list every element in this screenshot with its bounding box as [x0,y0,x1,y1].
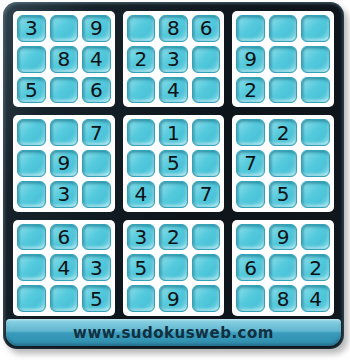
sudoku-box: 398456 [13,11,115,107]
sudoku-cell[interactable]: 8 [269,285,298,312]
sudoku-cell[interactable] [192,254,221,281]
sudoku-cell[interactable] [127,119,156,146]
sudoku-cell[interactable] [236,224,265,251]
sudoku-cell[interactable] [17,150,46,177]
sudoku-box: 1547 [123,115,225,211]
sudoku-cell[interactable]: 3 [17,15,46,42]
sudoku-cell[interactable]: 9 [82,15,111,42]
footer-bar: www.sudokusweb.com [6,319,341,346]
sudoku-cell[interactable] [301,119,330,146]
sudoku-cell[interactable] [159,254,188,281]
sudoku-cell[interactable] [192,46,221,73]
sudoku-cell[interactable]: 4 [82,46,111,73]
sudoku-cell[interactable] [50,15,79,42]
sudoku-cell[interactable] [301,15,330,42]
sudoku-cell[interactable] [236,285,265,312]
sudoku-box: 92 [232,11,334,107]
sudoku-cell[interactable]: 2 [159,224,188,251]
sudoku-cell[interactable] [236,15,265,42]
sudoku-cell[interactable]: 8 [50,46,79,73]
sudoku-cell[interactable] [192,285,221,312]
sudoku-cell[interactable] [17,285,46,312]
sudoku-cell[interactable]: 9 [269,224,298,251]
sudoku-cell[interactable]: 6 [236,254,265,281]
sudoku-cell[interactable]: 3 [82,254,111,281]
sudoku-cell[interactable] [50,285,79,312]
sudoku-cell[interactable]: 5 [159,150,188,177]
sudoku-cell[interactable]: 5 [127,254,156,281]
sudoku-cell[interactable] [301,224,330,251]
sudoku-cell[interactable] [269,46,298,73]
sudoku-cell[interactable] [17,254,46,281]
sudoku-cell[interactable] [301,77,330,104]
sudoku-cell[interactable]: 9 [159,285,188,312]
sudoku-cell[interactable] [159,181,188,208]
sudoku-cell[interactable] [17,224,46,251]
sudoku-cell[interactable]: 9 [236,46,265,73]
sudoku-cell[interactable] [192,119,221,146]
sudoku-cell[interactable]: 5 [269,181,298,208]
website-url: www.sudokusweb.com [73,324,274,342]
sudoku-cell[interactable] [269,150,298,177]
sudoku-cell[interactable]: 3 [127,224,156,251]
sudoku-cell[interactable]: 4 [301,285,330,312]
sudoku-cell[interactable]: 5 [82,285,111,312]
sudoku-box: 6435 [13,220,115,316]
sudoku-cell[interactable] [192,77,221,104]
sudoku-cell[interactable]: 2 [269,119,298,146]
sudoku-cell[interactable] [17,181,46,208]
sudoku-cell[interactable]: 6 [192,15,221,42]
sudoku-cell[interactable] [17,46,46,73]
sudoku-cell[interactable] [127,150,156,177]
sudoku-cell[interactable]: 6 [82,77,111,104]
sudoku-cell[interactable] [192,150,221,177]
sudoku-cell[interactable]: 3 [159,46,188,73]
sudoku-cell[interactable]: 2 [301,254,330,281]
sudoku-cell[interactable] [301,150,330,177]
sudoku-cell[interactable] [50,77,79,104]
sudoku-cell[interactable] [269,77,298,104]
sudoku-cell[interactable]: 7 [236,150,265,177]
sudoku-cell[interactable]: 3 [50,181,79,208]
sudoku-cell[interactable] [82,224,111,251]
sudoku-cell[interactable] [82,150,111,177]
sudoku-cell[interactable] [17,119,46,146]
sudoku-cell[interactable] [127,15,156,42]
sudoku-cell[interactable]: 2 [236,77,265,104]
sudoku-cell[interactable] [301,181,330,208]
sudoku-cell[interactable] [82,181,111,208]
sudoku-box: 96284 [232,220,334,316]
sudoku-box: 86234 [123,11,225,107]
sudoku-cell[interactable]: 8 [159,15,188,42]
sudoku-box: 793 [13,115,115,211]
sudoku-cell[interactable]: 6 [50,224,79,251]
sudoku-panel: 398456862349279315472756435325996284 www… [3,2,344,349]
sudoku-cell[interactable] [236,181,265,208]
sudoku-cell[interactable]: 4 [50,254,79,281]
sudoku-cell[interactable] [269,15,298,42]
sudoku-board: 398456862349279315472756435325996284 [13,11,334,316]
sudoku-box: 3259 [123,220,225,316]
sudoku-cell[interactable]: 4 [127,181,156,208]
sudoku-cell[interactable] [127,77,156,104]
sudoku-box: 275 [232,115,334,211]
sudoku-cell[interactable]: 7 [82,119,111,146]
sudoku-cell[interactable]: 7 [192,181,221,208]
sudoku-cell[interactable]: 4 [159,77,188,104]
sudoku-cell[interactable]: 5 [17,77,46,104]
sudoku-cell[interactable] [236,119,265,146]
sudoku-cell[interactable] [127,285,156,312]
sudoku-cell[interactable] [50,119,79,146]
sudoku-cell[interactable] [301,46,330,73]
sudoku-cell[interactable]: 9 [50,150,79,177]
sudoku-cell[interactable]: 2 [127,46,156,73]
sudoku-cell[interactable] [269,254,298,281]
sudoku-cell[interactable]: 1 [159,119,188,146]
sudoku-cell[interactable] [192,224,221,251]
